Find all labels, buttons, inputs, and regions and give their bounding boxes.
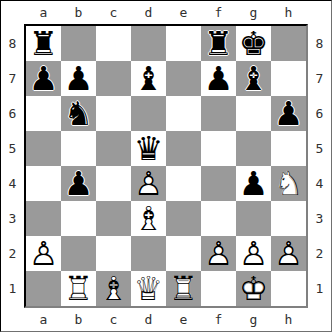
square-b3[interactable] <box>61 201 96 236</box>
square-h7[interactable] <box>271 61 306 96</box>
square-b4[interactable]: ♟ <box>61 166 96 201</box>
file-label-b: b <box>75 6 83 19</box>
square-g3[interactable] <box>236 201 271 236</box>
chess-diagram: abcdefgh 87654321 ♜♜♚♟♟♝♟♝♞♟♛♟♟♙♟♞♘♝♗♟♙♟… <box>0 0 332 332</box>
square-d1[interactable]: ♛♕ <box>131 271 166 306</box>
file-label-c: c <box>110 313 118 326</box>
rank-label-5: 5 <box>316 142 324 155</box>
file-label-f: f <box>215 313 223 326</box>
rank-label-2: 2 <box>316 247 324 260</box>
square-g1[interactable]: ♚♔ <box>236 271 271 306</box>
square-d7[interactable]: ♝ <box>131 61 166 96</box>
piece-white-rook: ♜♖ <box>61 271 96 306</box>
file-label-c: c <box>110 6 118 19</box>
rank-label-2: 2 <box>9 247 17 260</box>
square-b1[interactable]: ♜♖ <box>61 271 96 306</box>
square-a4[interactable] <box>26 166 61 201</box>
square-b5[interactable] <box>61 131 96 166</box>
square-d6[interactable] <box>131 96 166 131</box>
file-label-b: b <box>75 313 83 326</box>
file-label-g: g <box>250 6 258 19</box>
square-e7[interactable] <box>166 61 201 96</box>
rank-label-1: 1 <box>316 282 324 295</box>
file-label-h: h <box>285 313 293 326</box>
file-label-d: d <box>145 6 153 19</box>
piece-white-knight: ♞♘ <box>271 166 306 201</box>
square-a8[interactable]: ♜ <box>26 26 61 61</box>
file-label-a: a <box>40 6 48 19</box>
square-e6[interactable] <box>166 96 201 131</box>
file-label-h: h <box>285 6 293 19</box>
square-f8[interactable]: ♜ <box>201 26 236 61</box>
square-c7[interactable] <box>96 61 131 96</box>
square-c5[interactable] <box>96 131 131 166</box>
file-label-a: a <box>40 313 48 326</box>
square-d4[interactable]: ♟♙ <box>131 166 166 201</box>
piece-black-king: ♚ <box>236 26 271 61</box>
piece-black-rook: ♜ <box>201 26 236 61</box>
square-d2[interactable] <box>131 236 166 271</box>
piece-black-queen: ♛ <box>131 131 166 166</box>
square-d8[interactable] <box>131 26 166 61</box>
rank-label-4: 4 <box>9 177 17 190</box>
rank-label-5: 5 <box>9 142 17 155</box>
square-d3[interactable]: ♝♗ <box>131 201 166 236</box>
piece-black-pawn: ♟ <box>201 61 236 96</box>
piece-black-pawn: ♟ <box>61 61 96 96</box>
square-c8[interactable] <box>96 26 131 61</box>
piece-black-rook: ♜ <box>26 26 61 61</box>
rank-labels-right: 87654321 <box>308 24 331 308</box>
rank-label-7: 7 <box>316 72 324 85</box>
square-c6[interactable] <box>96 96 131 131</box>
board: ♜♜♚♟♟♝♟♝♞♟♛♟♟♙♟♞♘♝♗♟♙♟♙♟♙♟♙♜♖♝♗♛♕♜♖♚♔ <box>24 24 308 308</box>
piece-white-pawn: ♟♙ <box>236 236 271 271</box>
rank-labels-left: 87654321 <box>1 24 24 308</box>
square-f7[interactable]: ♟ <box>201 61 236 96</box>
file-label-g: g <box>250 313 258 326</box>
rank-label-8: 8 <box>316 37 324 50</box>
square-b8[interactable] <box>61 26 96 61</box>
square-a5[interactable] <box>26 131 61 166</box>
square-a7[interactable]: ♟ <box>26 61 61 96</box>
square-f6[interactable] <box>201 96 236 131</box>
rank-label-8: 8 <box>9 37 17 50</box>
rank-label-7: 7 <box>9 72 17 85</box>
file-label-f: f <box>215 6 223 19</box>
square-h5[interactable] <box>271 131 306 166</box>
piece-black-bishop: ♝ <box>236 61 271 96</box>
file-label-e: e <box>180 6 188 19</box>
piece-black-knight: ♞ <box>61 96 96 131</box>
square-e2[interactable] <box>166 236 201 271</box>
square-e3[interactable] <box>166 201 201 236</box>
square-h1[interactable] <box>271 271 306 306</box>
square-c3[interactable] <box>96 201 131 236</box>
square-g8[interactable]: ♚ <box>236 26 271 61</box>
square-c2[interactable] <box>96 236 131 271</box>
square-f2[interactable]: ♟♙ <box>201 236 236 271</box>
rank-label-1: 1 <box>9 282 17 295</box>
square-h4[interactable]: ♞♘ <box>271 166 306 201</box>
square-f4[interactable] <box>201 166 236 201</box>
square-f3[interactable] <box>201 201 236 236</box>
square-g5[interactable] <box>236 131 271 166</box>
square-d5[interactable]: ♛ <box>131 131 166 166</box>
piece-white-king: ♚♔ <box>236 271 271 306</box>
square-h6[interactable]: ♟ <box>271 96 306 131</box>
file-labels-bottom: abcdefgh <box>24 308 308 331</box>
rank-label-3: 3 <box>9 212 17 225</box>
square-f5[interactable] <box>201 131 236 166</box>
piece-white-pawn: ♟♙ <box>131 166 166 201</box>
file-label-d: d <box>145 313 153 326</box>
square-g6[interactable] <box>236 96 271 131</box>
square-h2[interactable]: ♟♙ <box>271 236 306 271</box>
square-c1[interactable]: ♝♗ <box>96 271 131 306</box>
square-g7[interactable]: ♝ <box>236 61 271 96</box>
square-h3[interactable] <box>271 201 306 236</box>
square-e4[interactable] <box>166 166 201 201</box>
piece-black-pawn: ♟ <box>26 61 61 96</box>
rank-label-6: 6 <box>316 107 324 120</box>
file-label-e: e <box>180 313 188 326</box>
piece-white-pawn: ♟♙ <box>26 236 61 271</box>
piece-white-pawn: ♟♙ <box>201 236 236 271</box>
piece-black-pawn: ♟ <box>61 166 96 201</box>
piece-white-queen: ♛♕ <box>131 271 166 306</box>
square-a2[interactable]: ♟♙ <box>26 236 61 271</box>
rank-label-6: 6 <box>9 107 17 120</box>
square-e8[interactable] <box>166 26 201 61</box>
square-a3[interactable] <box>26 201 61 236</box>
piece-white-bishop: ♝♗ <box>96 271 131 306</box>
piece-white-bishop: ♝♗ <box>131 201 166 236</box>
square-a6[interactable] <box>26 96 61 131</box>
square-b7[interactable]: ♟ <box>61 61 96 96</box>
square-e5[interactable] <box>166 131 201 166</box>
piece-black-pawn: ♟ <box>236 166 271 201</box>
rank-label-4: 4 <box>316 177 324 190</box>
square-b6[interactable]: ♞ <box>61 96 96 131</box>
rank-label-3: 3 <box>316 212 324 225</box>
square-c4[interactable] <box>96 166 131 201</box>
piece-black-bishop: ♝ <box>131 61 166 96</box>
square-g2[interactable]: ♟♙ <box>236 236 271 271</box>
square-f1[interactable] <box>201 271 236 306</box>
piece-white-rook: ♜♖ <box>166 271 201 306</box>
piece-white-pawn: ♟♙ <box>271 236 306 271</box>
square-e1[interactable]: ♜♖ <box>166 271 201 306</box>
square-a1[interactable] <box>26 271 61 306</box>
square-b2[interactable] <box>61 236 96 271</box>
piece-black-pawn: ♟ <box>271 96 306 131</box>
square-g4[interactable]: ♟ <box>236 166 271 201</box>
square-h8[interactable] <box>271 26 306 61</box>
file-labels-top: abcdefgh <box>24 1 308 24</box>
